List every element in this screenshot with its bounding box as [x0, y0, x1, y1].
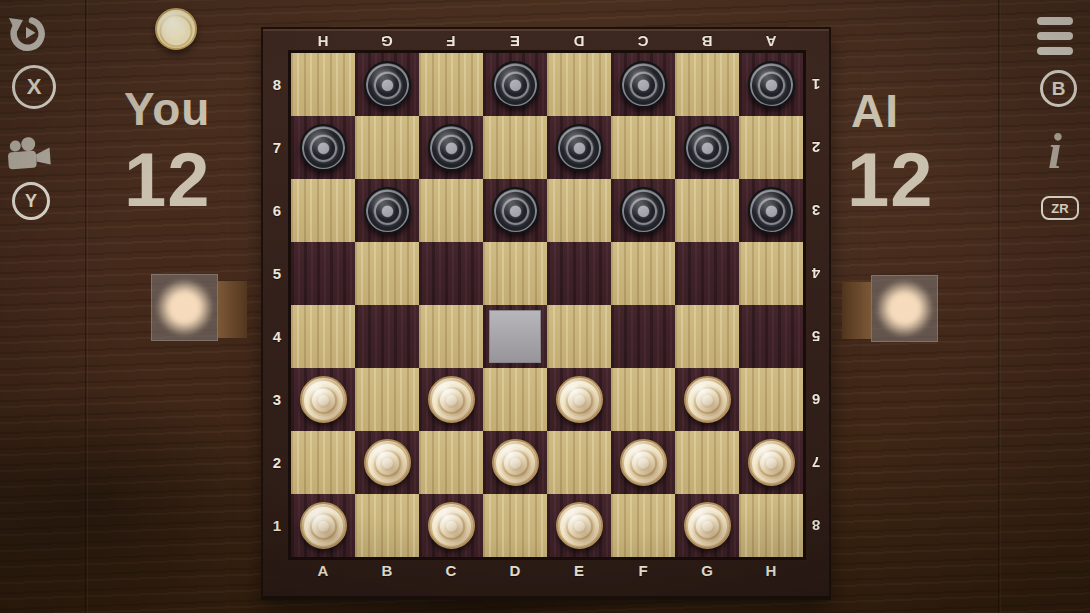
square-a4	[291, 305, 355, 368]
square-d8[interactable]	[483, 53, 547, 116]
square-d1	[483, 494, 547, 557]
square-b5	[355, 242, 419, 305]
zr-button[interactable]: ZR	[1041, 196, 1079, 220]
square-e8	[547, 53, 611, 116]
square-h5	[739, 242, 803, 305]
rank-label-6: 6	[263, 179, 291, 242]
square-b8[interactable]	[355, 53, 419, 116]
light-checker-d2[interactable]	[492, 439, 539, 486]
file-label-F: F	[611, 557, 675, 598]
file-label-G: G	[675, 557, 739, 598]
turn-indicator-piece	[155, 8, 197, 50]
rank-label-4: 4	[263, 305, 291, 368]
square-h2[interactable]	[739, 431, 803, 494]
square-a1[interactable]	[291, 494, 355, 557]
rank-label-5: 5	[803, 305, 829, 368]
dark-checker-b8[interactable]	[364, 61, 411, 108]
file-labels-top: HGFEDCBA	[291, 29, 803, 53]
square-h3	[739, 368, 803, 431]
tray-tab	[218, 281, 247, 338]
y-button[interactable]: Y	[12, 182, 50, 220]
light-checker-e3[interactable]	[556, 376, 603, 423]
light-checker-g1[interactable]	[684, 502, 731, 549]
ghost-piece	[876, 280, 933, 337]
b-button-label: B	[1052, 78, 1066, 100]
file-label-E: E	[483, 29, 547, 53]
file-label-F: F	[419, 29, 483, 53]
file-label-H: H	[291, 29, 355, 53]
square-g7[interactable]	[675, 116, 739, 179]
square-h4[interactable]	[739, 305, 803, 368]
dark-checker-a7[interactable]	[300, 124, 347, 171]
file-label-B: B	[355, 557, 419, 598]
square-a2	[291, 431, 355, 494]
square-d5	[483, 242, 547, 305]
rank-label-2: 2	[803, 116, 829, 179]
player-you-label: You	[124, 86, 210, 132]
square-h7	[739, 116, 803, 179]
square-f5	[611, 242, 675, 305]
file-label-E: E	[547, 557, 611, 598]
square-b3	[355, 368, 419, 431]
square-g4	[675, 305, 739, 368]
light-checker-e1[interactable]	[556, 502, 603, 549]
square-g8	[675, 53, 739, 116]
file-label-D: D	[547, 29, 611, 53]
wood-seam	[998, 0, 1001, 613]
square-c6	[419, 179, 483, 242]
square-e5[interactable]	[547, 242, 611, 305]
dark-checker-h8[interactable]	[748, 61, 795, 108]
square-g5[interactable]	[675, 242, 739, 305]
square-d4[interactable]	[483, 305, 547, 368]
file-label-G: G	[355, 29, 419, 53]
square-f2[interactable]	[611, 431, 675, 494]
rank-label-3: 3	[803, 179, 829, 242]
dark-checker-c7[interactable]	[428, 124, 475, 171]
rank-label-3: 3	[263, 368, 291, 431]
square-e1[interactable]	[547, 494, 611, 557]
rank-label-5: 5	[263, 242, 291, 305]
square-c7[interactable]	[419, 116, 483, 179]
rank-label-1: 1	[803, 53, 829, 116]
square-a7[interactable]	[291, 116, 355, 179]
rank-label-1: 1	[263, 494, 291, 557]
file-label-A: A	[739, 29, 803, 53]
rank-labels-left: 87654321	[263, 53, 291, 557]
game-screen: X Y You 12 B i ZR AI 12 HGFEDCBA ABCDEFG…	[0, 0, 1090, 613]
square-e6	[547, 179, 611, 242]
light-checker-g3[interactable]	[684, 376, 731, 423]
square-a6	[291, 179, 355, 242]
board: HGFEDCBA ABCDEFGH 87654321 12345678	[263, 29, 829, 598]
file-labels-bottom: ABCDEFGH	[291, 557, 803, 598]
x-button[interactable]: X	[12, 65, 56, 109]
square-c8	[419, 53, 483, 116]
square-d3	[483, 368, 547, 431]
captured-tray-right	[871, 275, 938, 342]
file-label-C: C	[419, 557, 483, 598]
rank-label-8: 8	[263, 53, 291, 116]
square-c5[interactable]	[419, 242, 483, 305]
light-checker-c3[interactable]	[428, 376, 475, 423]
square-c2	[419, 431, 483, 494]
square-e3[interactable]	[547, 368, 611, 431]
light-checker-h2[interactable]	[748, 439, 795, 486]
zr-button-label: ZR	[1051, 201, 1068, 216]
square-e4	[547, 305, 611, 368]
y-button-label: Y	[25, 191, 37, 212]
square-f6[interactable]	[611, 179, 675, 242]
b-button[interactable]: B	[1040, 70, 1077, 107]
light-checker-c1[interactable]	[428, 502, 475, 549]
light-checker-f2[interactable]	[620, 439, 667, 486]
dark-checker-d8[interactable]	[492, 61, 539, 108]
player-you-count: 12	[124, 142, 211, 218]
square-h1	[739, 494, 803, 557]
square-c4	[419, 305, 483, 368]
file-label-D: D	[483, 557, 547, 598]
square-g2	[675, 431, 739, 494]
dark-checker-f6[interactable]	[620, 187, 667, 234]
dark-checker-h6[interactable]	[748, 187, 795, 234]
x-button-label: X	[27, 74, 42, 100]
square-e2	[547, 431, 611, 494]
replay-icon[interactable]	[5, 15, 51, 53]
rank-labels-right: 12345678	[803, 53, 829, 557]
info-icon[interactable]: i	[1048, 126, 1062, 176]
square-a3[interactable]	[291, 368, 355, 431]
rank-label-4: 4	[803, 242, 829, 305]
square-b6[interactable]	[355, 179, 419, 242]
selected-square-highlight	[489, 310, 541, 363]
file-label-A: A	[291, 557, 355, 598]
square-a8	[291, 53, 355, 116]
square-f1	[611, 494, 675, 557]
square-d7	[483, 116, 547, 179]
dark-checker-b6[interactable]	[364, 187, 411, 234]
player-ai-label: AI	[851, 88, 899, 134]
rank-label-6: 6	[803, 368, 829, 431]
rank-label-2: 2	[263, 431, 291, 494]
menu-icon[interactable]	[1037, 17, 1073, 62]
square-d6[interactable]	[483, 179, 547, 242]
square-h8[interactable]	[739, 53, 803, 116]
file-label-H: H	[739, 557, 803, 598]
square-f4[interactable]	[611, 305, 675, 368]
player-ai-count: 12	[847, 142, 934, 218]
square-f7	[611, 116, 675, 179]
file-label-C: C	[611, 29, 675, 53]
dark-checker-f8[interactable]	[620, 61, 667, 108]
rank-label-7: 7	[263, 116, 291, 179]
square-b2[interactable]	[355, 431, 419, 494]
square-b7	[355, 116, 419, 179]
light-checker-b2[interactable]	[364, 439, 411, 486]
rank-label-8: 8	[803, 494, 829, 557]
square-g3[interactable]	[675, 368, 739, 431]
dark-checker-d6[interactable]	[492, 187, 539, 234]
light-checker-a3[interactable]	[300, 376, 347, 423]
dark-checker-e7[interactable]	[556, 124, 603, 171]
camera-icon[interactable]	[6, 135, 54, 174]
square-b4[interactable]	[355, 305, 419, 368]
ghost-piece	[156, 279, 213, 336]
square-d2[interactable]	[483, 431, 547, 494]
dark-checker-g7[interactable]	[684, 124, 731, 171]
square-c3[interactable]	[419, 368, 483, 431]
wood-seam	[85, 0, 88, 613]
square-f3	[611, 368, 675, 431]
rank-label-7: 7	[803, 431, 829, 494]
square-g1[interactable]	[675, 494, 739, 557]
square-c1[interactable]	[419, 494, 483, 557]
square-a5[interactable]	[291, 242, 355, 305]
square-g6	[675, 179, 739, 242]
light-checker-a1[interactable]	[300, 502, 347, 549]
square-b1	[355, 494, 419, 557]
square-f8[interactable]	[611, 53, 675, 116]
square-e7[interactable]	[547, 116, 611, 179]
square-h6[interactable]	[739, 179, 803, 242]
board-grid	[291, 53, 803, 557]
tray-tab	[842, 282, 871, 339]
file-label-B: B	[675, 29, 739, 53]
captured-tray-left	[151, 274, 218, 341]
